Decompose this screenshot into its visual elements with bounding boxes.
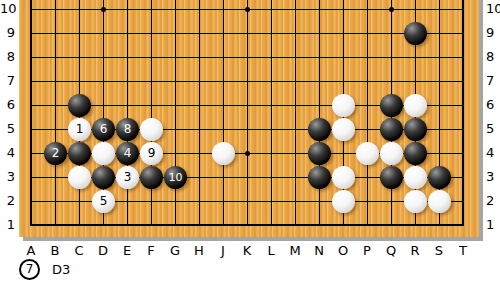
white-move-7-icon: 7 <box>19 259 40 280</box>
row-label-right-7: 7 <box>486 74 500 88</box>
col-label-O: O <box>334 244 352 258</box>
black-stone-R4 <box>404 142 427 165</box>
black-stone-R9 <box>404 22 427 45</box>
col-label-E: E <box>118 244 136 258</box>
black-stone-B4: 2 <box>44 142 67 165</box>
col-label-A: A <box>22 244 40 258</box>
black-stone-E5: 8 <box>116 118 139 141</box>
row-label-left-3: 3 <box>0 170 15 184</box>
white-stone-R6 <box>404 94 427 117</box>
black-stone-E4: 4 <box>116 142 139 165</box>
col-label-N: N <box>310 244 328 258</box>
white-stone-D4 <box>92 142 115 165</box>
col-label-G: G <box>166 244 184 258</box>
white-stone-S2 <box>428 190 451 213</box>
white-stone-E3: 3 <box>116 166 139 189</box>
white-stone-P4 <box>356 142 379 165</box>
col-label-S: S <box>430 244 448 258</box>
caption-point-label: D3 <box>52 262 70 277</box>
star-point-K4 <box>245 151 250 156</box>
black-stone-C6 <box>68 94 91 117</box>
black-stone-Q3 <box>380 166 403 189</box>
star-point-K10 <box>245 7 250 12</box>
col-label-D: D <box>94 244 112 258</box>
row-label-left-10: 10 <box>0 2 15 16</box>
col-label-H: H <box>190 244 208 258</box>
row-label-right-4: 4 <box>486 146 500 160</box>
white-stone-O5 <box>332 118 355 141</box>
row-label-right-5: 5 <box>486 122 500 136</box>
white-stone-C5: 1 <box>68 118 91 141</box>
move-caption: 7 D3 <box>19 258 70 280</box>
black-stone-D5: 6 <box>92 118 115 141</box>
star-point-D10 <box>101 7 106 12</box>
col-label-L: L <box>262 244 280 258</box>
white-stone-R2 <box>404 190 427 213</box>
col-label-P: P <box>358 244 376 258</box>
black-stone-Q6 <box>380 94 403 117</box>
col-label-B: B <box>46 244 64 258</box>
col-label-R: R <box>406 244 424 258</box>
row-label-left-9: 9 <box>0 26 15 40</box>
board-shadow-right <box>479 0 483 241</box>
white-stone-R3 <box>404 166 427 189</box>
white-stone-O2 <box>332 190 355 213</box>
row-label-right-1: 1 <box>486 218 500 232</box>
black-stone-D3 <box>92 166 115 189</box>
black-stone-N4 <box>308 142 331 165</box>
col-label-F: F <box>142 244 160 258</box>
col-label-C: C <box>70 244 88 258</box>
white-stone-J4 <box>212 142 235 165</box>
row-label-left-5: 5 <box>0 122 15 136</box>
col-label-Q: Q <box>382 244 400 258</box>
row-label-right-2: 2 <box>486 194 500 208</box>
black-stone-S3 <box>428 166 451 189</box>
col-label-J: J <box>214 244 232 258</box>
row-label-left-1: 1 <box>0 218 15 232</box>
white-stone-Q4 <box>380 142 403 165</box>
caption-move-number: 7 <box>26 261 34 278</box>
row-label-left-6: 6 <box>0 98 15 112</box>
go-diagram: 1010998877665544332211ABCDEFGHJKLMNOPQRS… <box>0 0 500 297</box>
row-label-right-6: 6 <box>486 98 500 112</box>
black-stone-N3 <box>308 166 331 189</box>
row-line-7 <box>30 81 464 82</box>
black-stone-R5 <box>404 118 427 141</box>
row-label-right-9: 9 <box>486 26 500 40</box>
row-label-left-4: 4 <box>0 146 15 160</box>
row-label-right-3: 3 <box>486 170 500 184</box>
white-stone-F4: 9 <box>140 142 163 165</box>
col-label-K: K <box>238 244 256 258</box>
row-label-left-7: 7 <box>0 74 15 88</box>
black-stone-N5 <box>308 118 331 141</box>
black-stone-F3 <box>140 166 163 189</box>
black-stone-G3: 10 <box>164 166 187 189</box>
white-stone-O3 <box>332 166 355 189</box>
black-stone-C4 <box>68 142 91 165</box>
white-stone-F5 <box>140 118 163 141</box>
row-label-right-8: 8 <box>486 50 500 64</box>
black-stone-Q5 <box>380 118 403 141</box>
col-label-M: M <box>286 244 304 258</box>
row-line-1 <box>30 224 464 226</box>
white-stone-D2: 5 <box>92 190 115 213</box>
star-point-Q10 <box>389 7 394 12</box>
row-label-right-10: 10 <box>486 2 500 16</box>
white-stone-C3 <box>68 166 91 189</box>
row-label-left-8: 8 <box>0 50 15 64</box>
white-stone-O6 <box>332 94 355 117</box>
board-shadow-bottom <box>23 237 483 241</box>
row-line-8 <box>30 57 464 58</box>
row-label-left-2: 2 <box>0 194 15 208</box>
row-line-9 <box>30 33 464 34</box>
col-label-T: T <box>454 244 472 258</box>
